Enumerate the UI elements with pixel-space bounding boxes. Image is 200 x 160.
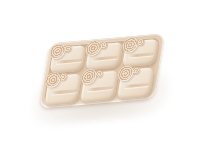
rose-bud-relief xyxy=(100,41,108,49)
cavity-seam xyxy=(92,55,118,60)
cavity-seam xyxy=(128,52,154,57)
mold-cavity xyxy=(117,67,155,100)
rose-bud-relief xyxy=(132,67,140,75)
rose-bud-relief xyxy=(95,70,103,78)
cavity-seam xyxy=(56,59,82,64)
rose-bud-relief xyxy=(64,45,72,53)
product-photo xyxy=(0,0,200,160)
rose-bud-relief xyxy=(59,73,67,81)
cavity-seam xyxy=(51,89,77,94)
mold-cavity xyxy=(50,45,87,73)
mold-cavity xyxy=(122,39,159,67)
cavity-grid xyxy=(45,39,159,103)
cavity-seam xyxy=(123,83,149,88)
mold-tray xyxy=(39,33,165,108)
rose-swirl-relief xyxy=(121,37,138,54)
mold-cavity xyxy=(86,42,123,70)
rose-swirl-relief xyxy=(49,43,66,60)
rose-swirl-relief xyxy=(117,65,134,82)
cavity-seam xyxy=(87,86,113,91)
rose-swirl-relief xyxy=(44,71,61,88)
rose-bud-relief xyxy=(136,38,144,46)
